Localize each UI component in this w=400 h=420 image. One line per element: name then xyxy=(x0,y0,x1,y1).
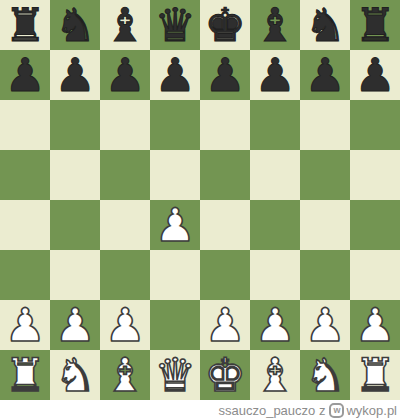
black-pawn[interactable]: ♟ xyxy=(54,50,95,100)
square-f6[interactable] xyxy=(250,100,300,150)
square-b6[interactable] xyxy=(50,100,100,150)
square-h7[interactable]: ♟ xyxy=(350,50,400,100)
white-pawn[interactable]: ♟ xyxy=(254,300,295,350)
square-b3[interactable] xyxy=(50,250,100,300)
watermark-bar: ssauczo_pauczo z w wykop.pl xyxy=(0,400,400,420)
black-knight[interactable]: ♞ xyxy=(54,0,95,50)
square-g7[interactable]: ♟ xyxy=(300,50,350,100)
square-g3[interactable] xyxy=(300,250,350,300)
black-king[interactable]: ♚ xyxy=(204,0,245,50)
square-a3[interactable] xyxy=(0,250,50,300)
square-a2[interactable]: ♟ xyxy=(0,300,50,350)
square-b4[interactable] xyxy=(50,200,100,250)
square-b1[interactable]: ♞ xyxy=(50,350,100,400)
square-c4[interactable] xyxy=(100,200,150,250)
square-f7[interactable]: ♟ xyxy=(250,50,300,100)
white-bishop[interactable]: ♝ xyxy=(104,350,145,400)
square-c1[interactable]: ♝ xyxy=(100,350,150,400)
square-f3[interactable] xyxy=(250,250,300,300)
square-a4[interactable] xyxy=(0,200,50,250)
square-b8[interactable]: ♞ xyxy=(50,0,100,50)
square-f1[interactable]: ♝ xyxy=(250,350,300,400)
black-bishop[interactable]: ♝ xyxy=(254,0,295,50)
square-d7[interactable]: ♟ xyxy=(150,50,200,100)
square-d2[interactable] xyxy=(150,300,200,350)
white-pawn[interactable]: ♟ xyxy=(354,300,395,350)
white-bishop[interactable]: ♝ xyxy=(254,350,295,400)
white-pawn[interactable]: ♟ xyxy=(204,300,245,350)
white-king[interactable]: ♚ xyxy=(204,350,245,400)
square-e3[interactable] xyxy=(200,250,250,300)
square-g8[interactable]: ♞ xyxy=(300,0,350,50)
square-e4[interactable] xyxy=(200,200,250,250)
square-h2[interactable]: ♟ xyxy=(350,300,400,350)
wykop-logo-icon: w xyxy=(329,403,344,418)
square-e2[interactable]: ♟ xyxy=(200,300,250,350)
square-f2[interactable]: ♟ xyxy=(250,300,300,350)
square-e6[interactable] xyxy=(200,100,250,150)
square-h4[interactable] xyxy=(350,200,400,250)
black-pawn[interactable]: ♟ xyxy=(204,50,245,100)
square-d1[interactable]: ♛ xyxy=(150,350,200,400)
black-pawn[interactable]: ♟ xyxy=(154,50,195,100)
black-bishop[interactable]: ♝ xyxy=(104,0,145,50)
square-e8[interactable]: ♚ xyxy=(200,0,250,50)
square-b7[interactable]: ♟ xyxy=(50,50,100,100)
square-g5[interactable] xyxy=(300,150,350,200)
square-h5[interactable] xyxy=(350,150,400,200)
square-h6[interactable] xyxy=(350,100,400,150)
square-h8[interactable]: ♜ xyxy=(350,0,400,50)
square-d4[interactable]: ♟ xyxy=(150,200,200,250)
square-f5[interactable] xyxy=(250,150,300,200)
white-pawn[interactable]: ♟ xyxy=(54,300,95,350)
watermark-username: ssauczo_pauczo z xyxy=(218,403,325,418)
white-pawn[interactable]: ♟ xyxy=(304,300,345,350)
square-g4[interactable] xyxy=(300,200,350,250)
watermark-brand: wykop.pl xyxy=(346,403,397,418)
black-queen[interactable]: ♛ xyxy=(154,0,195,50)
square-h1[interactable]: ♜ xyxy=(350,350,400,400)
square-c7[interactable]: ♟ xyxy=(100,50,150,100)
square-a7[interactable]: ♟ xyxy=(0,50,50,100)
square-e5[interactable] xyxy=(200,150,250,200)
wykop-logo-letter: w xyxy=(333,405,340,414)
white-pawn[interactable]: ♟ xyxy=(4,300,45,350)
square-d6[interactable] xyxy=(150,100,200,150)
white-knight[interactable]: ♞ xyxy=(304,350,345,400)
square-c5[interactable] xyxy=(100,150,150,200)
black-pawn[interactable]: ♟ xyxy=(304,50,345,100)
square-g2[interactable]: ♟ xyxy=(300,300,350,350)
square-c2[interactable]: ♟ xyxy=(100,300,150,350)
square-b2[interactable]: ♟ xyxy=(50,300,100,350)
square-f8[interactable]: ♝ xyxy=(250,0,300,50)
black-pawn[interactable]: ♟ xyxy=(4,50,45,100)
square-d8[interactable]: ♛ xyxy=(150,0,200,50)
square-g1[interactable]: ♞ xyxy=(300,350,350,400)
white-rook[interactable]: ♜ xyxy=(4,350,45,400)
chess-board[interactable]: ♜♞♝♛♚♝♞♜♟♟♟♟♟♟♟♟♟♟♟♟♟♟♟♟♜♞♝♛♚♝♞♜ xyxy=(0,0,400,400)
square-c6[interactable] xyxy=(100,100,150,150)
white-knight[interactable]: ♞ xyxy=(54,350,95,400)
square-e7[interactable]: ♟ xyxy=(200,50,250,100)
white-queen[interactable]: ♛ xyxy=(154,350,195,400)
white-pawn[interactable]: ♟ xyxy=(154,200,195,250)
black-knight[interactable]: ♞ xyxy=(304,0,345,50)
square-g6[interactable] xyxy=(300,100,350,150)
white-rook[interactable]: ♜ xyxy=(354,350,395,400)
square-d5[interactable] xyxy=(150,150,200,200)
black-pawn[interactable]: ♟ xyxy=(104,50,145,100)
black-rook[interactable]: ♜ xyxy=(354,0,395,50)
square-a6[interactable] xyxy=(0,100,50,150)
square-a1[interactable]: ♜ xyxy=(0,350,50,400)
square-f4[interactable] xyxy=(250,200,300,250)
square-c3[interactable] xyxy=(100,250,150,300)
square-d3[interactable] xyxy=(150,250,200,300)
square-b5[interactable] xyxy=(50,150,100,200)
black-pawn[interactable]: ♟ xyxy=(254,50,295,100)
square-a8[interactable]: ♜ xyxy=(0,0,50,50)
square-e1[interactable]: ♚ xyxy=(200,350,250,400)
square-h3[interactable] xyxy=(350,250,400,300)
square-a5[interactable] xyxy=(0,150,50,200)
black-pawn[interactable]: ♟ xyxy=(354,50,395,100)
square-c8[interactable]: ♝ xyxy=(100,0,150,50)
black-rook[interactable]: ♜ xyxy=(4,0,45,50)
white-pawn[interactable]: ♟ xyxy=(104,300,145,350)
